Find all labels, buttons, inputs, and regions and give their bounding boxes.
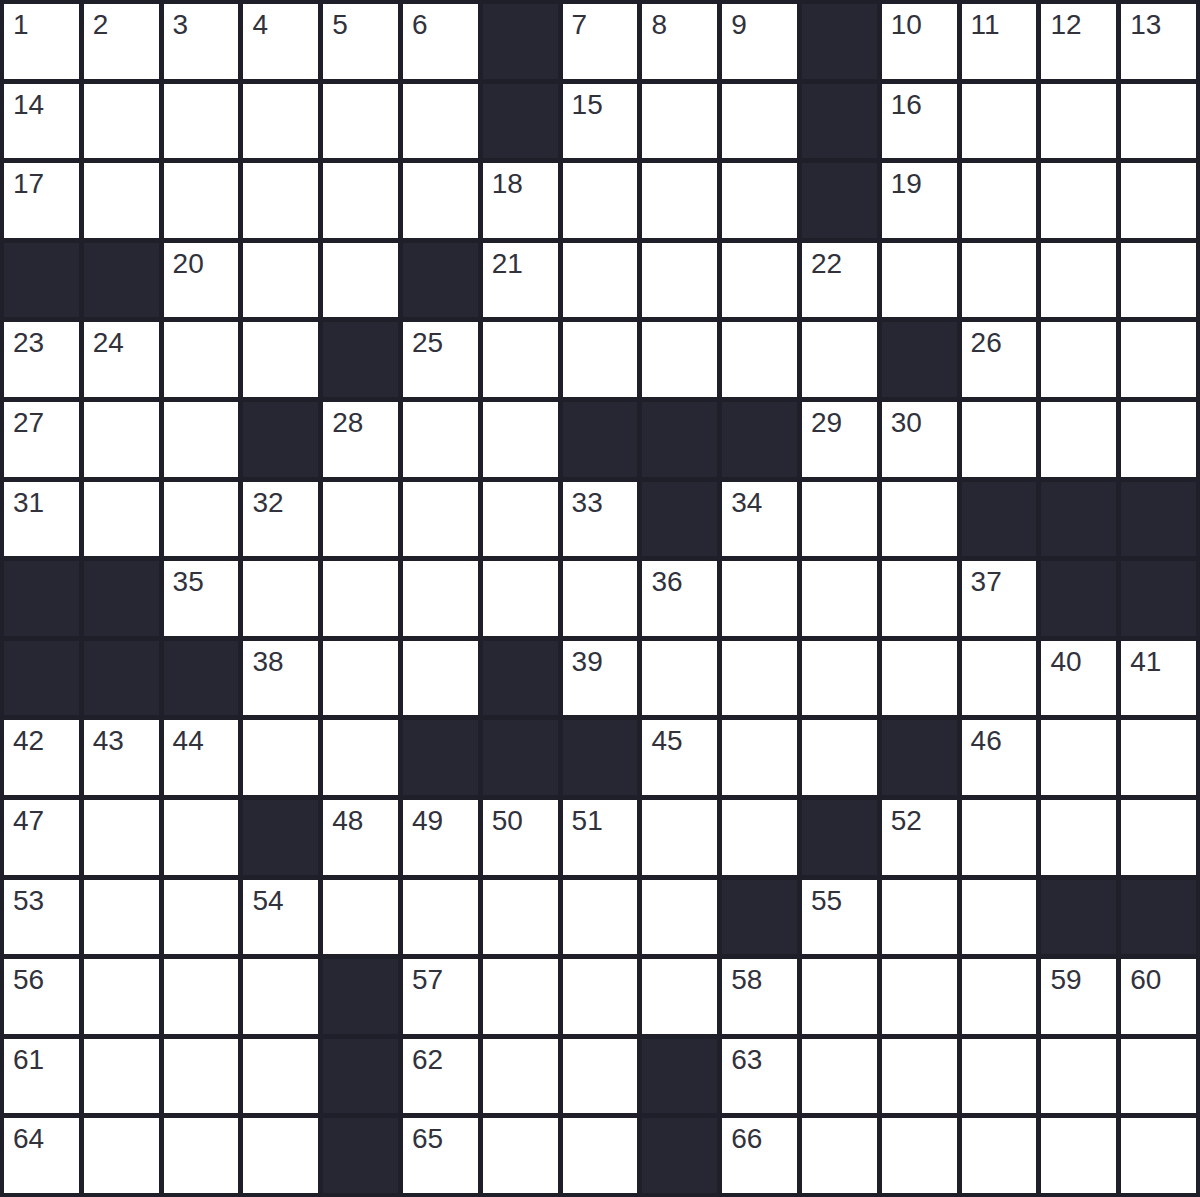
black-cell bbox=[243, 402, 318, 477]
white-cell[interactable]: 50 bbox=[483, 800, 558, 875]
black-cell bbox=[802, 84, 877, 159]
clue-number: 18 bbox=[492, 170, 523, 198]
clue-number: 50 bbox=[492, 807, 523, 835]
white-cell[interactable]: 46 bbox=[962, 720, 1037, 795]
white-cell[interactable]: 22 bbox=[802, 243, 877, 318]
white-cell[interactable] bbox=[403, 402, 478, 477]
clue-number: 64 bbox=[13, 1125, 44, 1153]
white-cell[interactable] bbox=[84, 1039, 159, 1114]
white-cell[interactable] bbox=[1121, 800, 1196, 875]
white-cell[interactable] bbox=[323, 720, 398, 795]
white-cell[interactable] bbox=[722, 561, 797, 636]
black-cell bbox=[1121, 880, 1196, 955]
black-cell bbox=[722, 402, 797, 477]
clue-number: 4 bbox=[252, 11, 268, 39]
white-cell[interactable] bbox=[84, 880, 159, 955]
black-cell bbox=[882, 322, 957, 397]
white-cell[interactable] bbox=[164, 1039, 239, 1114]
white-cell[interactable]: 17 bbox=[4, 163, 79, 238]
white-cell[interactable] bbox=[722, 163, 797, 238]
clue-number: 60 bbox=[1130, 966, 1161, 994]
black-cell bbox=[323, 959, 398, 1034]
white-cell[interactable] bbox=[1041, 243, 1116, 318]
white-cell[interactable]: 58 bbox=[722, 959, 797, 1034]
black-cell bbox=[483, 4, 558, 79]
white-cell[interactable] bbox=[1121, 1118, 1196, 1193]
white-cell[interactable] bbox=[722, 84, 797, 159]
black-cell bbox=[84, 641, 159, 716]
white-cell[interactable] bbox=[962, 1118, 1037, 1193]
clue-number: 45 bbox=[651, 727, 682, 755]
black-cell bbox=[483, 641, 558, 716]
white-cell[interactable]: 38 bbox=[243, 641, 318, 716]
black-cell bbox=[1041, 880, 1116, 955]
white-cell[interactable]: 54 bbox=[243, 880, 318, 955]
white-cell[interactable]: 6 bbox=[403, 4, 478, 79]
white-cell[interactable]: 23 bbox=[4, 322, 79, 397]
white-cell[interactable]: 12 bbox=[1041, 4, 1116, 79]
white-cell[interactable] bbox=[802, 482, 877, 557]
white-cell[interactable] bbox=[164, 322, 239, 397]
white-cell[interactable] bbox=[243, 322, 318, 397]
white-cell[interactable] bbox=[483, 402, 558, 477]
white-cell[interactable] bbox=[802, 1118, 877, 1193]
black-cell bbox=[802, 800, 877, 875]
clue-number: 53 bbox=[13, 887, 44, 915]
white-cell[interactable] bbox=[1121, 322, 1196, 397]
black-cell bbox=[722, 880, 797, 955]
white-cell[interactable] bbox=[164, 880, 239, 955]
black-cell bbox=[642, 1039, 717, 1114]
white-cell[interactable] bbox=[323, 84, 398, 159]
white-cell[interactable]: 49 bbox=[403, 800, 478, 875]
white-cell[interactable]: 25 bbox=[403, 322, 478, 397]
clue-number: 15 bbox=[572, 91, 603, 119]
white-cell[interactable] bbox=[563, 880, 638, 955]
white-cell[interactable] bbox=[802, 959, 877, 1034]
white-cell[interactable] bbox=[403, 641, 478, 716]
white-cell[interactable] bbox=[563, 322, 638, 397]
white-cell[interactable]: 27 bbox=[4, 402, 79, 477]
white-cell[interactable] bbox=[164, 482, 239, 557]
white-cell[interactable] bbox=[1121, 163, 1196, 238]
white-cell[interactable]: 29 bbox=[802, 402, 877, 477]
black-cell bbox=[483, 720, 558, 795]
white-cell[interactable] bbox=[323, 561, 398, 636]
white-cell[interactable]: 19 bbox=[882, 163, 957, 238]
white-cell[interactable] bbox=[802, 720, 877, 795]
clue-number: 25 bbox=[412, 329, 443, 357]
white-cell[interactable] bbox=[243, 959, 318, 1034]
black-cell bbox=[1121, 561, 1196, 636]
white-cell[interactable] bbox=[642, 84, 717, 159]
white-cell[interactable] bbox=[84, 482, 159, 557]
white-cell[interactable] bbox=[483, 959, 558, 1034]
clue-number: 58 bbox=[731, 966, 762, 994]
clue-number: 61 bbox=[13, 1046, 44, 1074]
black-cell bbox=[84, 561, 159, 636]
white-cell[interactable] bbox=[164, 163, 239, 238]
black-cell bbox=[483, 84, 558, 159]
clue-number: 26 bbox=[971, 329, 1002, 357]
white-cell[interactable] bbox=[642, 322, 717, 397]
clue-number: 31 bbox=[13, 489, 44, 517]
white-cell[interactable] bbox=[1121, 1039, 1196, 1114]
white-cell[interactable]: 45 bbox=[642, 720, 717, 795]
white-cell[interactable] bbox=[483, 561, 558, 636]
white-cell[interactable]: 15 bbox=[563, 84, 638, 159]
clue-number: 1 bbox=[13, 11, 29, 39]
black-cell bbox=[1041, 561, 1116, 636]
black-cell bbox=[323, 1118, 398, 1193]
white-cell[interactable] bbox=[1121, 402, 1196, 477]
clue-number: 24 bbox=[93, 329, 124, 357]
black-cell bbox=[642, 482, 717, 557]
black-cell bbox=[802, 4, 877, 79]
black-cell bbox=[642, 1118, 717, 1193]
white-cell[interactable] bbox=[962, 402, 1037, 477]
white-cell[interactable] bbox=[403, 84, 478, 159]
white-cell[interactable] bbox=[164, 1118, 239, 1193]
white-cell[interactable]: 1 bbox=[4, 4, 79, 79]
clue-number: 13 bbox=[1130, 11, 1161, 39]
white-cell[interactable]: 65 bbox=[403, 1118, 478, 1193]
white-cell[interactable]: 3 bbox=[164, 4, 239, 79]
white-cell[interactable] bbox=[962, 163, 1037, 238]
white-cell[interactable]: 41 bbox=[1121, 641, 1196, 716]
white-cell[interactable] bbox=[722, 720, 797, 795]
white-cell[interactable] bbox=[164, 959, 239, 1034]
white-cell[interactable] bbox=[563, 1039, 638, 1114]
white-cell[interactable]: 4 bbox=[243, 4, 318, 79]
white-cell[interactable] bbox=[243, 84, 318, 159]
clue-number: 42 bbox=[13, 727, 44, 755]
white-cell[interactable] bbox=[1041, 800, 1116, 875]
black-cell bbox=[1121, 482, 1196, 557]
white-cell[interactable]: 20 bbox=[164, 243, 239, 318]
white-cell[interactable] bbox=[1041, 1039, 1116, 1114]
clue-number: 19 bbox=[891, 170, 922, 198]
white-cell[interactable] bbox=[403, 880, 478, 955]
white-cell[interactable] bbox=[962, 243, 1037, 318]
clue-number: 54 bbox=[252, 887, 283, 915]
clue-number: 41 bbox=[1130, 648, 1161, 676]
white-cell[interactable] bbox=[164, 800, 239, 875]
white-cell[interactable] bbox=[962, 959, 1037, 1034]
white-cell[interactable] bbox=[882, 880, 957, 955]
clue-number: 38 bbox=[252, 648, 283, 676]
white-cell[interactable] bbox=[962, 800, 1037, 875]
white-cell[interactable] bbox=[1121, 720, 1196, 795]
black-cell bbox=[243, 800, 318, 875]
white-cell[interactable]: 63 bbox=[722, 1039, 797, 1114]
white-cell[interactable] bbox=[1041, 163, 1116, 238]
white-cell[interactable]: 61 bbox=[4, 1039, 79, 1114]
white-cell[interactable]: 47 bbox=[4, 800, 79, 875]
clue-number: 12 bbox=[1050, 11, 1081, 39]
clue-number: 6 bbox=[412, 11, 428, 39]
white-cell[interactable] bbox=[84, 959, 159, 1034]
white-cell[interactable] bbox=[483, 1118, 558, 1193]
black-cell bbox=[403, 720, 478, 795]
clue-number: 49 bbox=[412, 807, 443, 835]
white-cell[interactable]: 8 bbox=[642, 4, 717, 79]
white-cell[interactable] bbox=[403, 163, 478, 238]
white-cell[interactable] bbox=[722, 322, 797, 397]
white-cell[interactable]: 13 bbox=[1121, 4, 1196, 79]
white-cell[interactable] bbox=[563, 1118, 638, 1193]
clue-number: 32 bbox=[252, 489, 283, 517]
clue-number: 47 bbox=[13, 807, 44, 835]
white-cell[interactable] bbox=[882, 1039, 957, 1114]
white-cell[interactable] bbox=[722, 641, 797, 716]
clue-number: 2 bbox=[93, 11, 109, 39]
white-cell[interactable] bbox=[802, 322, 877, 397]
crossword-grid: 1234567891011121314151617181920212223242… bbox=[0, 0, 1200, 1197]
white-cell[interactable] bbox=[164, 402, 239, 477]
white-cell[interactable] bbox=[323, 880, 398, 955]
white-cell[interactable]: 14 bbox=[4, 84, 79, 159]
white-cell[interactable] bbox=[642, 880, 717, 955]
white-cell[interactable] bbox=[722, 800, 797, 875]
white-cell[interactable]: 21 bbox=[483, 243, 558, 318]
clue-number: 8 bbox=[651, 11, 667, 39]
white-cell[interactable] bbox=[243, 243, 318, 318]
white-cell[interactable] bbox=[882, 482, 957, 557]
clue-number: 40 bbox=[1050, 648, 1081, 676]
white-cell[interactable]: 31 bbox=[4, 482, 79, 557]
clue-number: 3 bbox=[173, 11, 189, 39]
white-cell[interactable] bbox=[1041, 84, 1116, 159]
white-cell[interactable]: 60 bbox=[1121, 959, 1196, 1034]
clue-number: 33 bbox=[572, 489, 603, 517]
white-cell[interactable]: 2 bbox=[84, 4, 159, 79]
white-cell[interactable]: 24 bbox=[84, 322, 159, 397]
white-cell[interactable] bbox=[164, 84, 239, 159]
white-cell[interactable]: 53 bbox=[4, 880, 79, 955]
clue-number: 55 bbox=[811, 887, 842, 915]
white-cell[interactable] bbox=[84, 84, 159, 159]
clue-number: 51 bbox=[572, 807, 603, 835]
clue-number: 62 bbox=[412, 1046, 443, 1074]
clue-number: 7 bbox=[572, 11, 588, 39]
black-cell bbox=[962, 482, 1037, 557]
white-cell[interactable]: 34 bbox=[722, 482, 797, 557]
clue-number: 22 bbox=[811, 250, 842, 278]
white-cell[interactable]: 36 bbox=[642, 561, 717, 636]
clue-number: 36 bbox=[651, 568, 682, 596]
black-cell bbox=[323, 322, 398, 397]
white-cell[interactable]: 5 bbox=[323, 4, 398, 79]
white-cell[interactable]: 62 bbox=[403, 1039, 478, 1114]
white-cell[interactable] bbox=[483, 322, 558, 397]
clue-number: 59 bbox=[1050, 966, 1081, 994]
white-cell[interactable] bbox=[1041, 322, 1116, 397]
clue-number: 9 bbox=[731, 11, 747, 39]
white-cell[interactable] bbox=[243, 1039, 318, 1114]
clue-number: 20 bbox=[173, 250, 204, 278]
white-cell[interactable]: 18 bbox=[483, 163, 558, 238]
white-cell[interactable] bbox=[323, 482, 398, 557]
white-cell[interactable] bbox=[962, 641, 1037, 716]
white-cell[interactable]: 42 bbox=[4, 720, 79, 795]
black-cell bbox=[164, 641, 239, 716]
white-cell[interactable] bbox=[323, 163, 398, 238]
white-cell[interactable] bbox=[1041, 1118, 1116, 1193]
white-cell[interactable] bbox=[563, 959, 638, 1034]
clue-number: 48 bbox=[332, 807, 363, 835]
white-cell[interactable] bbox=[323, 243, 398, 318]
black-cell bbox=[563, 402, 638, 477]
clue-number: 39 bbox=[572, 648, 603, 676]
clue-number: 17 bbox=[13, 170, 44, 198]
clue-number: 30 bbox=[891, 409, 922, 437]
black-cell bbox=[802, 163, 877, 238]
black-cell bbox=[563, 720, 638, 795]
white-cell[interactable]: 10 bbox=[882, 4, 957, 79]
white-cell[interactable]: 35 bbox=[164, 561, 239, 636]
white-cell[interactable]: 57 bbox=[403, 959, 478, 1034]
white-cell[interactable] bbox=[802, 1039, 877, 1114]
white-cell[interactable] bbox=[483, 482, 558, 557]
white-cell[interactable] bbox=[563, 561, 638, 636]
white-cell[interactable] bbox=[882, 561, 957, 636]
clue-number: 35 bbox=[173, 568, 204, 596]
white-cell[interactable] bbox=[642, 641, 717, 716]
white-cell[interactable] bbox=[84, 163, 159, 238]
clue-number: 43 bbox=[93, 727, 124, 755]
black-cell bbox=[1041, 482, 1116, 557]
black-cell bbox=[403, 243, 478, 318]
white-cell[interactable]: 51 bbox=[563, 800, 638, 875]
white-cell[interactable] bbox=[962, 1039, 1037, 1114]
clue-number: 52 bbox=[891, 807, 922, 835]
white-cell[interactable] bbox=[243, 561, 318, 636]
clue-number: 14 bbox=[13, 91, 44, 119]
white-cell[interactable] bbox=[84, 402, 159, 477]
white-cell[interactable] bbox=[1041, 720, 1116, 795]
clue-number: 5 bbox=[332, 11, 348, 39]
white-cell[interactable] bbox=[1121, 243, 1196, 318]
white-cell[interactable] bbox=[483, 1039, 558, 1114]
white-cell[interactable] bbox=[483, 880, 558, 955]
white-cell[interactable] bbox=[403, 482, 478, 557]
white-cell[interactable]: 66 bbox=[722, 1118, 797, 1193]
clue-number: 16 bbox=[891, 91, 922, 119]
white-cell[interactable]: 28 bbox=[323, 402, 398, 477]
white-cell[interactable] bbox=[243, 720, 318, 795]
clue-number: 29 bbox=[811, 409, 842, 437]
white-cell[interactable]: 9 bbox=[722, 4, 797, 79]
white-cell[interactable] bbox=[802, 641, 877, 716]
white-cell[interactable]: 55 bbox=[802, 880, 877, 955]
white-cell[interactable] bbox=[882, 1118, 957, 1193]
white-cell[interactable] bbox=[563, 243, 638, 318]
white-cell[interactable] bbox=[563, 163, 638, 238]
white-cell[interactable] bbox=[642, 163, 717, 238]
white-cell[interactable]: 37 bbox=[962, 561, 1037, 636]
white-cell[interactable] bbox=[84, 800, 159, 875]
white-cell[interactable]: 26 bbox=[962, 322, 1037, 397]
white-cell[interactable] bbox=[1121, 84, 1196, 159]
clue-number: 37 bbox=[971, 568, 1002, 596]
white-cell[interactable]: 52 bbox=[882, 800, 957, 875]
white-cell[interactable] bbox=[323, 641, 398, 716]
white-cell[interactable]: 30 bbox=[882, 402, 957, 477]
black-cell bbox=[323, 1039, 398, 1114]
white-cell[interactable] bbox=[962, 84, 1037, 159]
white-cell[interactable]: 33 bbox=[563, 482, 638, 557]
white-cell[interactable] bbox=[403, 561, 478, 636]
white-cell[interactable] bbox=[84, 1118, 159, 1193]
clue-number: 44 bbox=[173, 727, 204, 755]
clue-number: 23 bbox=[13, 329, 44, 357]
clue-number: 57 bbox=[412, 966, 443, 994]
clue-number: 10 bbox=[891, 11, 922, 39]
clue-number: 65 bbox=[412, 1125, 443, 1153]
white-cell[interactable]: 32 bbox=[243, 482, 318, 557]
clue-number: 34 bbox=[731, 489, 762, 517]
clue-number: 27 bbox=[13, 409, 44, 437]
black-cell bbox=[4, 243, 79, 318]
clue-number: 21 bbox=[492, 250, 523, 278]
white-cell[interactable]: 16 bbox=[882, 84, 957, 159]
white-cell[interactable]: 56 bbox=[4, 959, 79, 1034]
clue-number: 56 bbox=[13, 966, 44, 994]
white-cell[interactable]: 43 bbox=[84, 720, 159, 795]
white-cell[interactable]: 11 bbox=[962, 4, 1037, 79]
white-cell[interactable]: 7 bbox=[563, 4, 638, 79]
white-cell[interactable] bbox=[642, 800, 717, 875]
white-cell[interactable] bbox=[243, 163, 318, 238]
white-cell[interactable] bbox=[642, 959, 717, 1034]
black-cell bbox=[4, 641, 79, 716]
clue-number: 28 bbox=[332, 409, 363, 437]
clue-number: 63 bbox=[731, 1046, 762, 1074]
black-cell bbox=[84, 243, 159, 318]
clue-number: 11 bbox=[971, 11, 1000, 39]
white-cell[interactable] bbox=[722, 243, 797, 318]
white-cell[interactable]: 64 bbox=[4, 1118, 79, 1193]
white-cell[interactable] bbox=[642, 243, 717, 318]
clue-number: 66 bbox=[731, 1125, 762, 1153]
white-cell[interactable] bbox=[962, 880, 1037, 955]
black-cell bbox=[4, 561, 79, 636]
clue-number: 46 bbox=[971, 727, 1002, 755]
white-cell[interactable]: 59 bbox=[1041, 959, 1116, 1034]
white-cell[interactable] bbox=[243, 1118, 318, 1193]
black-cell bbox=[642, 402, 717, 477]
white-cell[interactable]: 40 bbox=[1041, 641, 1116, 716]
white-cell[interactable] bbox=[882, 959, 957, 1034]
white-cell[interactable]: 39 bbox=[563, 641, 638, 716]
white-cell[interactable] bbox=[802, 561, 877, 636]
white-cell[interactable]: 48 bbox=[323, 800, 398, 875]
white-cell[interactable]: 44 bbox=[164, 720, 239, 795]
black-cell bbox=[882, 720, 957, 795]
white-cell[interactable] bbox=[1041, 402, 1116, 477]
white-cell[interactable] bbox=[882, 641, 957, 716]
white-cell[interactable] bbox=[882, 243, 957, 318]
